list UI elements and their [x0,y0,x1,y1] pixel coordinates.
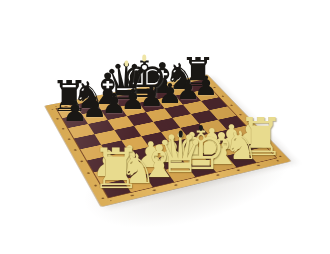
chess-set-product-photo: ♜♞♝♛♚♝♞♜♟♟♟♟♟♟♟♟♟♟♟♟♟♟♟♟♜♞♝♛♚♝♞♜ [0,0,330,254]
piece-white-rook-a1: ♜ [91,142,141,198]
pieces-layer: ♜♞♝♛♚♝♞♜♟♟♟♟♟♟♟♟♟♟♟♟♟♟♟♟♜♞♝♛♚♝♞♜ [0,0,330,254]
piece-black-pawn-a7: ♟ [62,98,87,126]
